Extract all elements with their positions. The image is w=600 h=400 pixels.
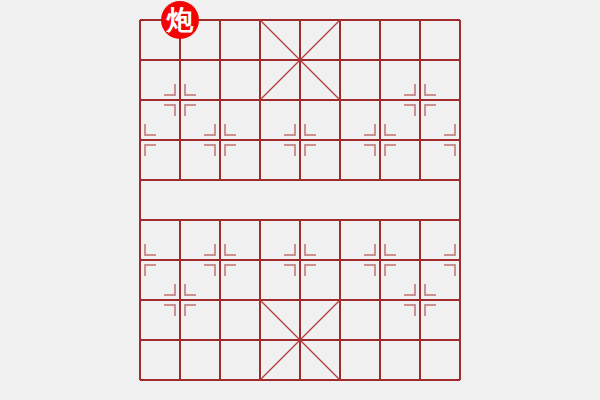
xiangqi-board: 炮: [120, 0, 480, 400]
board-point-2-1[interactable]: 炮: [160, 0, 200, 40]
red-cannon-piece[interactable]: 炮: [161, 1, 199, 39]
board-point-1-1[interactable]: [120, 0, 160, 40]
xiangqi-app: 炮: [0, 0, 600, 400]
